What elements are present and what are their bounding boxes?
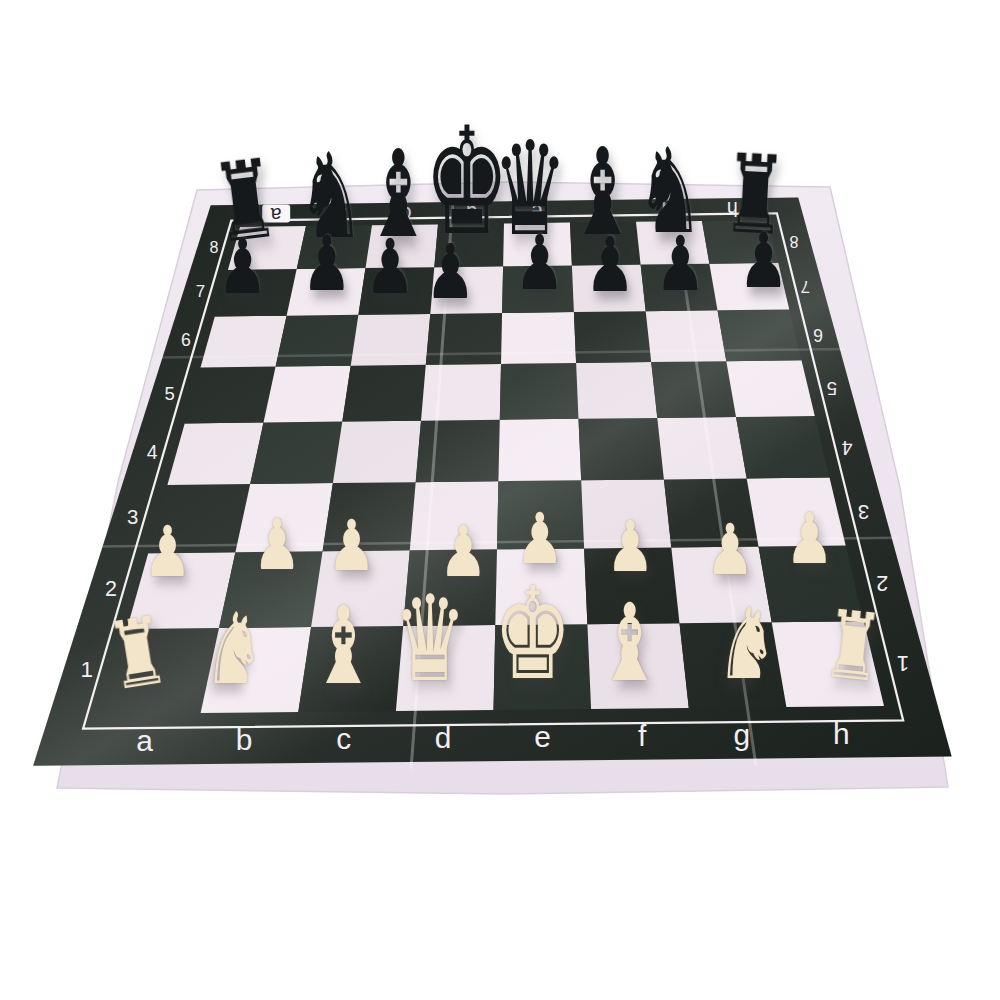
piece-black-pawn-e7[interactable]: ♟	[515, 226, 565, 302]
rank-label-left-5: 5	[165, 383, 175, 404]
rank-label-right-5: 5	[827, 378, 837, 399]
piece-black-pawn-b7[interactable]: ♟	[302, 226, 352, 302]
piece-white-pawn-a2[interactable]: ♟	[143, 518, 191, 588]
file-label-bottom-d: d	[435, 721, 452, 754]
file-label-bottom-f: f	[638, 719, 647, 752]
file-label-bottom-b: b	[236, 723, 253, 756]
piece-white-pawn-f2[interactable]: ♟	[606, 513, 654, 583]
piece-black-pawn-h7[interactable]: ♟	[738, 223, 788, 299]
piece-black-pawn-f7[interactable]: ♟	[585, 227, 635, 303]
piece-white-pawn-g2[interactable]: ♟	[706, 516, 754, 586]
piece-black-pawn-c7[interactable]: ♟	[365, 230, 415, 306]
rank-label-right-1: 1	[897, 651, 910, 677]
chess-product-photo: aabbccddeeffgghh1122334455667788 ♜♞♝♚♛♝♞…	[0, 0, 1000, 1000]
rank-label-left-2: 2	[105, 577, 117, 601]
piece-white-queen-d1[interactable]: ♛	[393, 580, 467, 699]
piece-black-pawn-d7[interactable]: ♟	[425, 235, 475, 311]
file-label-bottom-e: e	[534, 720, 551, 753]
rank-label-right-2: 2	[876, 571, 888, 595]
piece-white-pawn-h2[interactable]: ♟	[785, 505, 833, 575]
rank-label-right-4: 4	[841, 437, 852, 459]
piece-white-king-e1[interactable]: ♚	[493, 571, 572, 699]
file-label-bottom-h: h	[833, 717, 850, 750]
piece-white-knight-b1[interactable]: ♞	[203, 600, 264, 699]
file-label-bottom-c: c	[336, 722, 351, 755]
rank-label-left-6: 6	[181, 330, 191, 350]
piece-white-pawn-b2[interactable]: ♟	[253, 511, 301, 581]
piece-white-knight-g1[interactable]: ♞	[717, 595, 778, 694]
piece-white-bishop-c1[interactable]: ♝	[310, 591, 376, 698]
piece-white-rook-h1[interactable]: ♜	[820, 597, 887, 695]
file-label-bottom-a: a	[136, 724, 153, 757]
rank-label-right-8: 8	[789, 233, 798, 251]
file-label-bottom-g: g	[733, 718, 750, 751]
piece-white-pawn-c2[interactable]: ♟	[328, 512, 376, 582]
piece-black-pawn-g7[interactable]: ♟	[655, 226, 705, 302]
rank-label-left-4: 4	[147, 441, 158, 463]
rank-label-left-3: 3	[127, 506, 138, 528]
rank-label-right-7: 7	[801, 277, 810, 296]
rank-label-left-1: 1	[81, 656, 94, 682]
rank-label-right-3: 3	[858, 501, 869, 523]
rank-label-right-6: 6	[813, 325, 823, 345]
piece-black-pawn-a7[interactable]: ♟	[217, 229, 267, 305]
rank-label-left-7: 7	[196, 282, 205, 301]
piece-white-bishop-f1[interactable]: ♝	[596, 588, 662, 695]
